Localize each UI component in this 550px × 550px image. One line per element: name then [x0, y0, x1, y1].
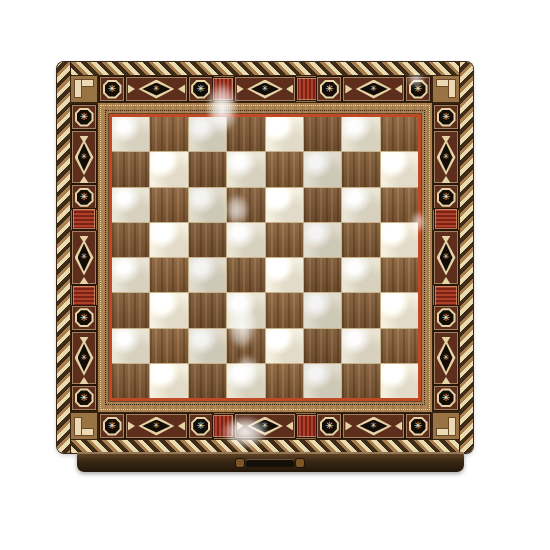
octagon-inlay: ✳	[103, 417, 122, 436]
bracket-arm	[74, 79, 82, 98]
square-b8[interactable]	[150, 117, 187, 151]
octagon-inlay: ✳	[191, 417, 210, 436]
diamond-rosette-glyph: ✳	[142, 83, 170, 96]
square-d6[interactable]	[227, 188, 264, 222]
diamond-inlay: ✳	[437, 340, 456, 376]
square-f6[interactable]	[304, 188, 341, 222]
rosette-glyph: ✳	[411, 419, 426, 434]
rope-inlay-border-bottom	[57, 439, 473, 453]
square-f8[interactable]	[304, 117, 341, 151]
rosette-glyph: ✳	[77, 110, 92, 125]
rope-inlay-border-right	[459, 62, 473, 453]
rosette-glyph: ✳	[193, 82, 208, 97]
square-f4[interactable]	[304, 258, 341, 292]
rosette-glyph: ✳	[105, 82, 120, 97]
square-b2[interactable]	[150, 329, 187, 363]
square-e8[interactable]	[266, 117, 303, 151]
square-g1[interactable]	[342, 364, 379, 398]
rosette-glyph: ✳	[439, 390, 454, 405]
rosette-glyph: ✳	[77, 310, 92, 325]
square-f5[interactable]	[304, 223, 341, 257]
octagon-inlay: ✳	[75, 388, 94, 407]
diamond-inlay-icon: ✳	[434, 231, 458, 283]
octagon-inlay: ✳	[103, 80, 122, 99]
square-a1[interactable]	[112, 364, 149, 398]
rosette-glyph: ✳	[193, 419, 208, 434]
square-h8[interactable]	[381, 117, 418, 151]
rosette-glyph: ✳	[77, 390, 92, 405]
square-e6[interactable]	[266, 188, 303, 222]
square-e2[interactable]	[266, 329, 303, 363]
octagon-inlay: ✳	[437, 188, 456, 207]
diamond-inlay-icon: ✳	[235, 77, 296, 101]
clasp-knob-right[interactable]	[295, 458, 305, 468]
rosette-glyph: ✳	[105, 419, 120, 434]
motif-band-right: ✳✳✳✳✳✳✳	[432, 103, 460, 412]
diamond-inlay-icon: ✳	[343, 77, 404, 101]
square-d5[interactable]	[227, 223, 264, 257]
red-square-inlay	[73, 286, 95, 306]
diamond-inlay: ✳	[75, 139, 94, 175]
square-g8[interactable]	[342, 117, 379, 151]
diamond-rosette-glyph: ✳	[440, 243, 453, 271]
diamond-inlay-icon: ✳	[434, 332, 458, 384]
diamond-rosette-glyph: ✳	[251, 420, 279, 433]
rosette-glyph: ✳	[77, 190, 92, 205]
diamond-inlay: ✳	[437, 239, 456, 275]
square-h3[interactable]	[381, 293, 418, 327]
square-c8[interactable]	[189, 117, 226, 151]
square-d2[interactable]	[227, 329, 264, 363]
square-c6[interactable]	[189, 188, 226, 222]
square-a4[interactable]	[112, 258, 149, 292]
square-h5[interactable]	[381, 223, 418, 257]
motif-band-left: ✳✳✳✳✳✳✳	[70, 103, 98, 412]
red-square-inlay	[297, 415, 317, 437]
diamond-inlay: ✳	[75, 340, 94, 376]
square-c4[interactable]	[189, 258, 226, 292]
diamond-rosette-glyph: ✳	[78, 344, 91, 372]
octagon-inlay: ✳	[437, 108, 456, 127]
square-c2[interactable]	[189, 329, 226, 363]
square-a2[interactable]	[112, 329, 149, 363]
square-c1[interactable]	[189, 364, 226, 398]
octagon-inlay: ✳	[437, 388, 456, 407]
red-square-inlay	[435, 209, 457, 229]
rosette-inlay-icon: ✳	[317, 77, 341, 101]
square-b5[interactable]	[150, 223, 187, 257]
diamond-inlay: ✳	[356, 417, 392, 436]
diamond-inlay-icon: ✳	[434, 131, 458, 183]
square-e3[interactable]	[266, 293, 303, 327]
square-b6[interactable]	[150, 188, 187, 222]
diamond-rosette-glyph: ✳	[440, 344, 453, 372]
red-square-inlay	[73, 209, 95, 229]
square-h6[interactable]	[381, 188, 418, 222]
diamond-inlay-icon: ✳	[72, 231, 96, 283]
square-g7[interactable]	[342, 152, 379, 186]
diamond-inlay-icon: ✳	[126, 77, 187, 101]
square-a5[interactable]	[112, 223, 149, 257]
square-e7[interactable]	[266, 152, 303, 186]
square-d3[interactable]	[227, 293, 264, 327]
square-g6[interactable]	[342, 188, 379, 222]
square-a7[interactable]	[112, 152, 149, 186]
board-photo: ✳✳✳✳✳✳✳ ✳✳✳✳✳✳✳ ✳✳✳✳✳✳✳ ✳✳✳✳✳✳✳	[0, 0, 550, 550]
square-h1[interactable]	[381, 364, 418, 398]
diamond-inlay: ✳	[75, 239, 94, 275]
diamond-rosette-glyph: ✳	[440, 143, 453, 171]
square-g3[interactable]	[342, 293, 379, 327]
octagon-inlay: ✳	[75, 188, 94, 207]
square-b3[interactable]	[150, 293, 187, 327]
square-f3[interactable]	[304, 293, 341, 327]
square-h7[interactable]	[381, 152, 418, 186]
rosette-glyph: ✳	[439, 310, 454, 325]
corner-bracket-inlay-bottom-right	[432, 412, 460, 440]
diamond-inlay-icon: ✳	[235, 414, 296, 438]
diamond-rosette-glyph: ✳	[78, 243, 91, 271]
diamond-inlay: ✳	[437, 139, 456, 175]
diamond-inlay-icon: ✳	[126, 414, 187, 438]
board-face: ✳✳✳✳✳✳✳ ✳✳✳✳✳✳✳ ✳✳✳✳✳✳✳ ✳✳✳✳✳✳✳	[57, 62, 473, 453]
square-d8[interactable]	[227, 117, 264, 151]
square-g5[interactable]	[342, 223, 379, 257]
rosette-glyph: ✳	[322, 82, 337, 97]
diamond-inlay-icon: ✳	[72, 131, 96, 183]
diamond-inlay: ✳	[247, 417, 283, 436]
octagon-inlay: ✳	[191, 80, 210, 99]
rosette-inlay-icon: ✳	[317, 414, 341, 438]
corner-bracket-inlay-bottom-left	[70, 412, 98, 440]
square-c5[interactable]	[189, 223, 226, 257]
box-clasp[interactable]	[235, 456, 305, 469]
chessboard-grid	[109, 114, 421, 401]
diamond-rosette-glyph: ✳	[78, 143, 91, 171]
motif-band-bottom: ✳✳✳✳✳✳✳	[98, 412, 432, 440]
square-g4[interactable]	[342, 258, 379, 292]
red-square-inlay	[213, 415, 233, 437]
rosette-glyph: ✳	[439, 110, 454, 125]
rosette-inlay-icon: ✳	[406, 414, 430, 438]
square-e5[interactable]	[266, 223, 303, 257]
bracket-arm	[448, 417, 456, 436]
diamond-rosette-glyph: ✳	[251, 83, 279, 96]
octagon-inlay: ✳	[320, 417, 339, 436]
square-g2[interactable]	[342, 329, 379, 363]
red-square-inlay	[297, 78, 317, 100]
diamond-inlay: ✳	[247, 80, 283, 99]
rosette-glyph: ✳	[439, 190, 454, 205]
rosette-glyph: ✳	[322, 419, 337, 434]
rosette-inlay-icon: ✳	[72, 105, 96, 129]
square-b1[interactable]	[150, 364, 187, 398]
square-e4[interactable]	[266, 258, 303, 292]
rosette-inlay-icon: ✳	[72, 386, 96, 410]
diamond-inlay: ✳	[356, 80, 392, 99]
octagon-inlay: ✳	[409, 80, 428, 99]
chessboard-box: ✳✳✳✳✳✳✳ ✳✳✳✳✳✳✳ ✳✳✳✳✳✳✳ ✳✳✳✳✳✳✳	[57, 62, 473, 474]
square-h4[interactable]	[381, 258, 418, 292]
square-a3[interactable]	[112, 293, 149, 327]
rosette-inlay-icon: ✳	[406, 77, 430, 101]
square-h2[interactable]	[381, 329, 418, 363]
diamond-inlay: ✳	[138, 417, 174, 436]
rosette-inlay-icon: ✳	[434, 306, 458, 330]
octagon-inlay: ✳	[75, 308, 94, 327]
rosette-inlay-icon: ✳	[72, 306, 96, 330]
clasp-latch-bar[interactable]	[246, 459, 294, 467]
square-f7[interactable]	[304, 152, 341, 186]
square-f1[interactable]	[304, 364, 341, 398]
rosette-inlay-icon: ✳	[434, 185, 458, 209]
rope-inlay-border-top	[57, 62, 473, 76]
diamond-inlay-icon: ✳	[72, 332, 96, 384]
octagon-inlay: ✳	[320, 80, 339, 99]
octagon-inlay: ✳	[437, 308, 456, 327]
octagon-inlay: ✳	[409, 417, 428, 436]
diamond-rosette-glyph: ✳	[360, 83, 388, 96]
rosette-inlay-icon: ✳	[72, 185, 96, 209]
rosette-inlay-icon: ✳	[189, 77, 213, 101]
diamond-rosette-glyph: ✳	[142, 420, 170, 433]
motif-band-top: ✳✳✳✳✳✳✳	[98, 75, 432, 103]
rosette-inlay-icon: ✳	[189, 414, 213, 438]
square-f2[interactable]	[304, 329, 341, 363]
rope-inlay-border-left	[57, 62, 71, 453]
rosette-inlay-icon: ✳	[100, 77, 124, 101]
square-a8[interactable]	[112, 117, 149, 151]
square-b7[interactable]	[150, 152, 187, 186]
rosette-inlay-icon: ✳	[434, 386, 458, 410]
rosette-inlay-icon: ✳	[100, 414, 124, 438]
square-a6[interactable]	[112, 188, 149, 222]
square-d7[interactable]	[227, 152, 264, 186]
diamond-rosette-glyph: ✳	[360, 420, 388, 433]
red-square-inlay	[435, 286, 457, 306]
octagon-inlay: ✳	[75, 108, 94, 127]
square-d1[interactable]	[227, 364, 264, 398]
rosette-glyph: ✳	[411, 82, 426, 97]
square-d4[interactable]	[227, 258, 264, 292]
corner-bracket-inlay-top-left	[70, 75, 98, 103]
corner-bracket-inlay-top-right	[432, 75, 460, 103]
bracket-arm	[74, 417, 82, 436]
clasp-knob-left[interactable]	[235, 458, 245, 468]
red-square-inlay	[213, 78, 233, 100]
rosette-inlay-icon: ✳	[434, 105, 458, 129]
diamond-inlay: ✳	[138, 80, 174, 99]
square-c7[interactable]	[189, 152, 226, 186]
diamond-inlay-icon: ✳	[343, 414, 404, 438]
square-e1[interactable]	[266, 364, 303, 398]
bracket-arm	[448, 79, 456, 98]
square-b4[interactable]	[150, 258, 187, 292]
square-c3[interactable]	[189, 293, 226, 327]
